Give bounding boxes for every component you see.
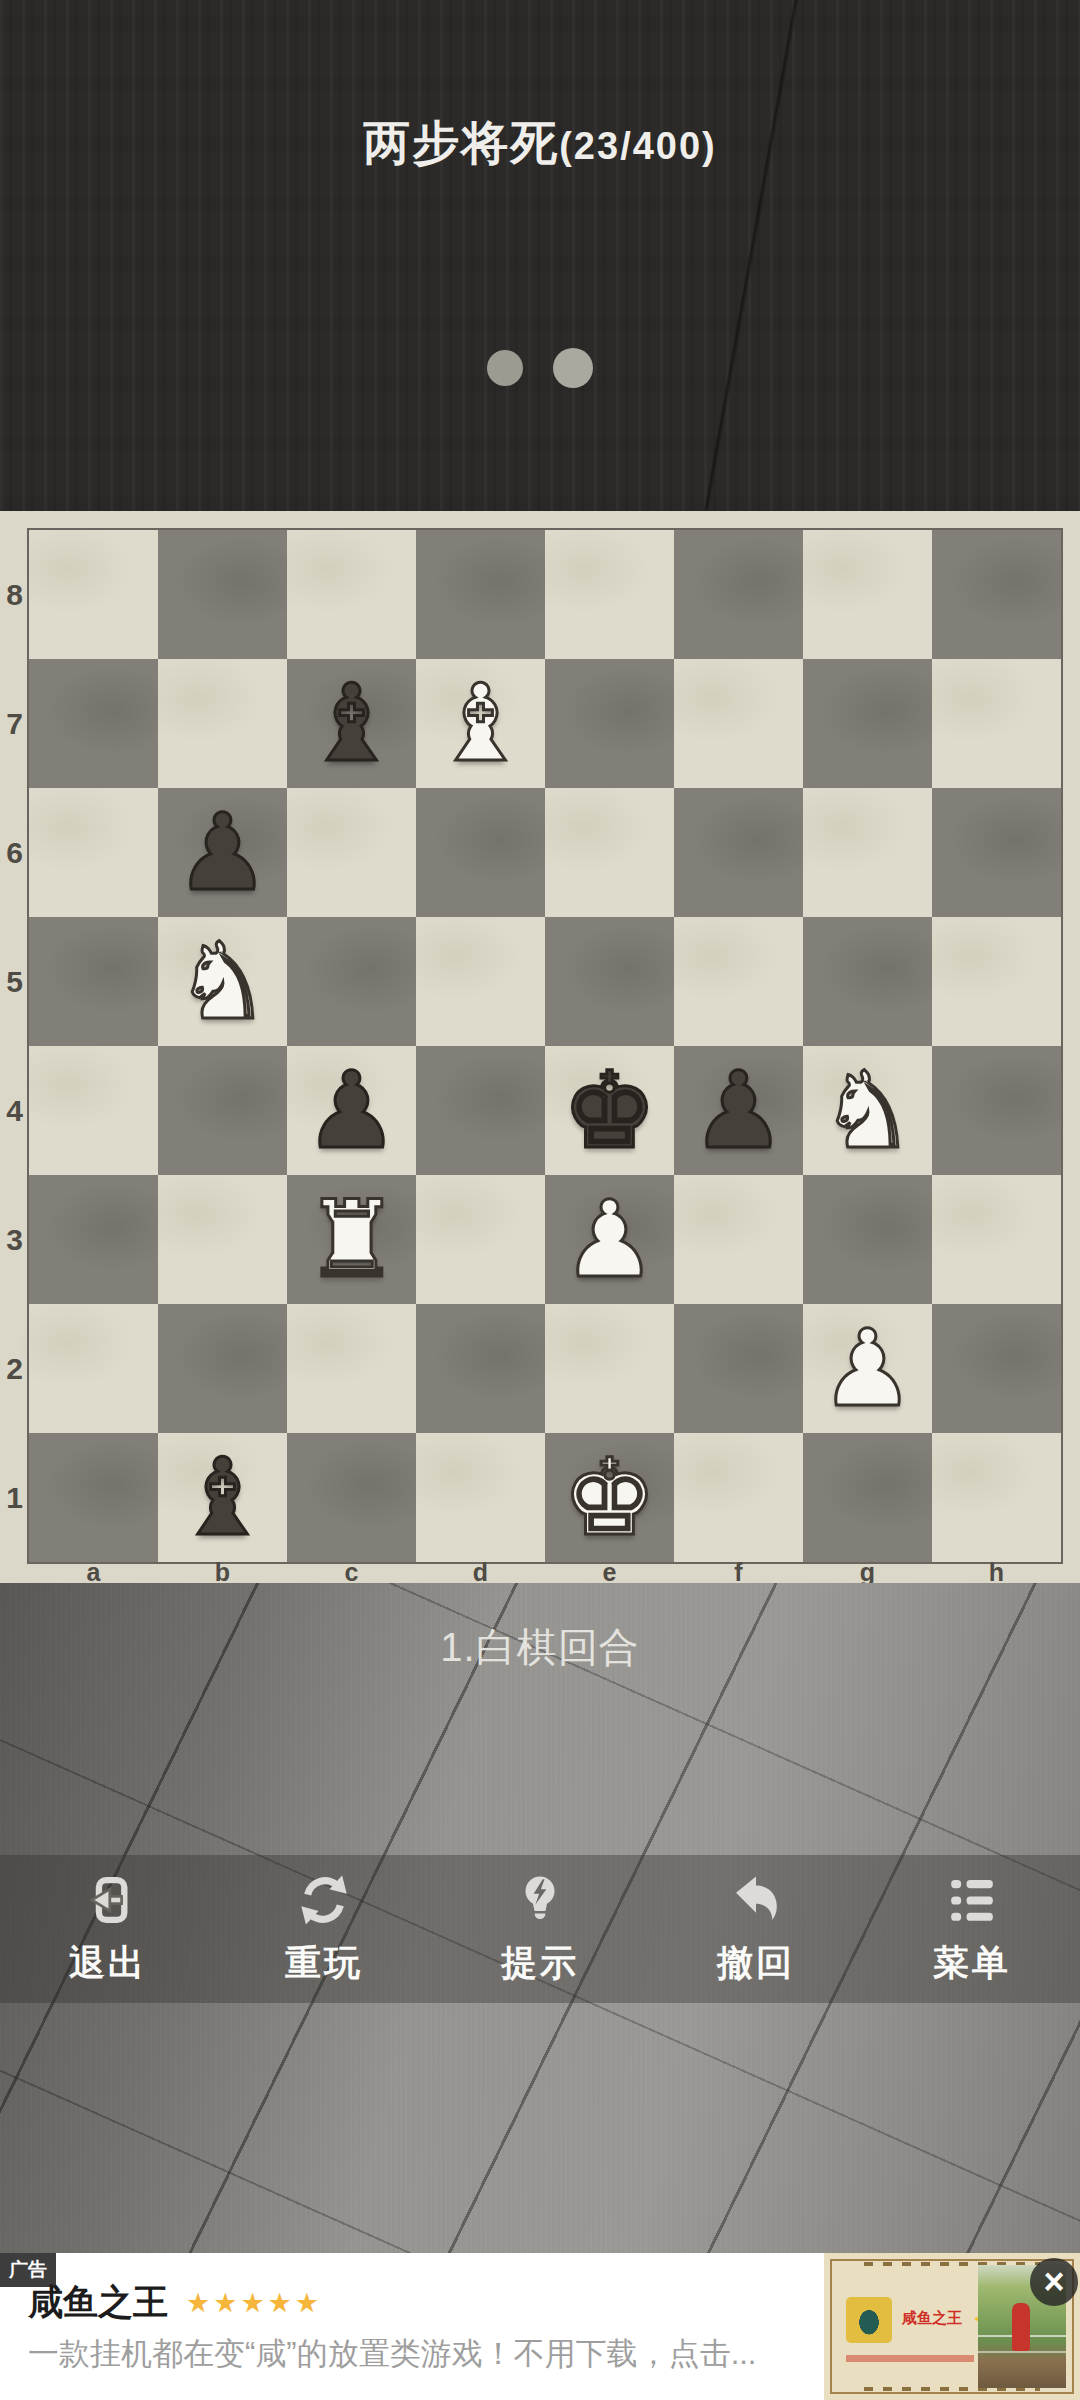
app-screen: 两步将死(23/400) ♝♝♟♞♟♚♟♞♜♟♟♝♚ 87654321 abcd… — [0, 0, 1080, 2400]
puzzle-progress-count: (23/400) — [559, 125, 717, 167]
square-d6[interactable] — [416, 788, 545, 917]
undo-icon — [727, 1871, 785, 1929]
square-c7[interactable]: ♝ — [287, 659, 416, 788]
square-a2[interactable] — [29, 1304, 158, 1433]
square-a8[interactable] — [29, 530, 158, 659]
square-g3[interactable] — [803, 1175, 932, 1304]
exit-button-label: 退出 — [69, 1939, 147, 1988]
square-e5[interactable] — [545, 917, 674, 1046]
board-grid: ♝♝♟♞♟♚♟♞♜♟♟♝♚ — [29, 530, 1061, 1562]
square-d8[interactable] — [416, 530, 545, 659]
square-b8[interactable] — [158, 530, 287, 659]
menu-icon — [943, 1871, 1001, 1929]
turn-status: 1.白棋回合 — [0, 1620, 1080, 1675]
piece-white-rook-c3[interactable]: ♜ — [304, 1175, 399, 1304]
piece-black-pawn-c4[interactable]: ♟ — [304, 1046, 399, 1175]
ad-close-button[interactable]: × — [1030, 2258, 1078, 2306]
square-b1[interactable]: ♝ — [158, 1433, 287, 1562]
progress-dot-1 — [487, 350, 523, 386]
rank-label-1: 1 — [0, 1433, 29, 1562]
square-d3[interactable] — [416, 1175, 545, 1304]
file-label-d: d — [416, 1562, 545, 1583]
square-f6[interactable] — [674, 788, 803, 917]
square-a6[interactable] — [29, 788, 158, 917]
top-background: 两步将死(23/400) — [0, 0, 1080, 511]
square-d2[interactable] — [416, 1304, 545, 1433]
square-a5[interactable] — [29, 917, 158, 1046]
piece-white-pawn-g2[interactable]: ♟ — [820, 1304, 915, 1433]
square-g2[interactable]: ♟ — [803, 1304, 932, 1433]
ad-rating-stars: ★★★★★ — [186, 2287, 322, 2318]
hint-button[interactable]: 提示 — [432, 1855, 648, 2003]
square-e7[interactable] — [545, 659, 674, 788]
file-label-g: g — [803, 1562, 932, 1583]
square-a1[interactable] — [29, 1433, 158, 1562]
file-label-c: c — [287, 1562, 416, 1583]
replay-button[interactable]: 重玩 — [216, 1855, 432, 2003]
square-h5[interactable] — [932, 917, 1061, 1046]
chess-board: ♝♝♟♞♟♚♟♞♜♟♟♝♚ 87654321 abcdefgh — [0, 511, 1080, 1583]
square-h1[interactable] — [932, 1433, 1061, 1562]
exit-button[interactable]: 退出 — [0, 1855, 216, 2003]
file-label-e: e — [545, 1562, 674, 1583]
square-c4[interactable]: ♟ — [287, 1046, 416, 1175]
ad-game-icon — [846, 2297, 892, 2343]
rank-label-7: 7 — [0, 659, 29, 788]
ad-thumb-title: 咸鱼之王 — [902, 2309, 962, 2328]
rank-label-3: 3 — [0, 1175, 29, 1304]
rank-label-8: 8 — [0, 530, 29, 659]
square-g5[interactable] — [803, 917, 932, 1046]
square-b6[interactable]: ♟ — [158, 788, 287, 917]
square-e3[interactable]: ♟ — [545, 1175, 674, 1304]
square-f3[interactable] — [674, 1175, 803, 1304]
file-label-f: f — [674, 1562, 803, 1583]
ad-thumb-subtext — [846, 2355, 974, 2362]
piece-black-king-e4[interactable]: ♚ — [562, 1046, 657, 1175]
square-h4[interactable] — [932, 1046, 1061, 1175]
square-h3[interactable] — [932, 1175, 1061, 1304]
file-label-a: a — [29, 1562, 158, 1583]
piece-black-pawn-f4[interactable]: ♟ — [691, 1046, 786, 1175]
square-f7[interactable] — [674, 659, 803, 788]
square-c8[interactable] — [287, 530, 416, 659]
square-e6[interactable] — [545, 788, 674, 917]
square-g4[interactable]: ♞ — [803, 1046, 932, 1175]
square-g8[interactable] — [803, 530, 932, 659]
piece-white-pawn-e3[interactable]: ♟ — [562, 1175, 657, 1304]
file-labels: abcdefgh — [29, 1562, 1061, 1583]
square-d4[interactable] — [416, 1046, 545, 1175]
bottom-toolbar: 退出 重玩 提示 撤回 — [0, 1855, 1080, 2003]
square-d1[interactable] — [416, 1433, 545, 1562]
piece-black-bishop-c7[interactable]: ♝ — [304, 659, 399, 788]
square-a4[interactable] — [29, 1046, 158, 1175]
square-f1[interactable] — [674, 1433, 803, 1562]
piece-white-knight-g4[interactable]: ♞ — [820, 1046, 915, 1175]
page-title: 两步将死(23/400) — [0, 112, 1080, 175]
square-h2[interactable] — [932, 1304, 1061, 1433]
square-c5[interactable] — [287, 917, 416, 1046]
square-b7[interactable] — [158, 659, 287, 788]
puzzle-title-text: 两步将死 — [363, 116, 559, 169]
menu-button[interactable]: 菜单 — [864, 1855, 1080, 2003]
file-label-h: h — [932, 1562, 1061, 1583]
hint-icon — [511, 1871, 569, 1929]
square-b5[interactable]: ♞ — [158, 917, 287, 1046]
piece-white-knight-b5[interactable]: ♞ — [175, 917, 270, 1046]
square-d7[interactable]: ♝ — [416, 659, 545, 788]
rank-label-5: 5 — [0, 917, 29, 1046]
piece-black-bishop-b1[interactable]: ♝ — [175, 1433, 270, 1562]
square-g7[interactable] — [803, 659, 932, 788]
square-h7[interactable] — [932, 659, 1061, 788]
hint-button-label: 提示 — [501, 1939, 579, 1988]
piece-white-bishop-d7[interactable]: ♝ — [433, 659, 528, 788]
square-g1[interactable] — [803, 1433, 932, 1562]
piece-white-king-e1[interactable]: ♚ — [562, 1433, 657, 1562]
exit-icon — [79, 1871, 137, 1929]
square-d5[interactable] — [416, 917, 545, 1046]
square-f2[interactable] — [674, 1304, 803, 1433]
square-a3[interactable] — [29, 1175, 158, 1304]
square-e2[interactable] — [545, 1304, 674, 1433]
square-c6[interactable] — [287, 788, 416, 917]
rank-label-2: 2 — [0, 1304, 29, 1433]
rank-label-6: 6 — [0, 788, 29, 917]
square-c1[interactable] — [287, 1433, 416, 1562]
square-b3[interactable] — [158, 1175, 287, 1304]
file-label-b: b — [158, 1562, 287, 1583]
ad-description: 一款挂机都在变“咸”的放置类游戏！不用下载，点击... — [28, 2333, 808, 2375]
ad-banner[interactable]: 广告 咸鱼之王 ★★★★★ 一款挂机都在变“咸”的放置类游戏！不用下载，点击..… — [0, 2253, 1080, 2400]
rank-label-4: 4 — [0, 1046, 29, 1175]
square-g6[interactable] — [803, 788, 932, 917]
square-f5[interactable] — [674, 917, 803, 1046]
rank-labels: 87654321 — [0, 530, 29, 1562]
square-h8[interactable] — [932, 530, 1061, 659]
square-e4[interactable]: ♚ — [545, 1046, 674, 1175]
progress-dot-2 — [553, 348, 593, 388]
square-b4[interactable] — [158, 1046, 287, 1175]
ad-photo-person — [1012, 2303, 1030, 2351]
piece-black-pawn-b6[interactable]: ♟ — [175, 788, 270, 917]
square-e8[interactable] — [545, 530, 674, 659]
ad-title: 咸鱼之王 — [28, 2279, 168, 2326]
square-f8[interactable] — [674, 530, 803, 659]
square-e1[interactable]: ♚ — [545, 1433, 674, 1562]
replay-icon — [295, 1871, 353, 1929]
square-c2[interactable] — [287, 1304, 416, 1433]
replay-button-label: 重玩 — [285, 1939, 363, 1988]
square-a7[interactable] — [29, 659, 158, 788]
undo-button[interactable]: 撤回 — [648, 1855, 864, 2003]
square-c3[interactable]: ♜ — [287, 1175, 416, 1304]
square-f4[interactable]: ♟ — [674, 1046, 803, 1175]
undo-button-label: 撤回 — [717, 1939, 795, 1988]
menu-button-label: 菜单 — [933, 1939, 1011, 1988]
square-h6[interactable] — [932, 788, 1061, 917]
square-b2[interactable] — [158, 1304, 287, 1433]
